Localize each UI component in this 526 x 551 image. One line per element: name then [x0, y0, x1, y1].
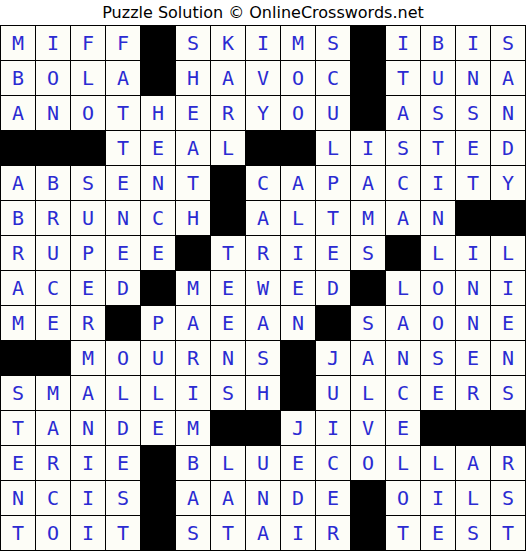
letter-cell: I — [351, 131, 385, 165]
letter-cell: L — [421, 446, 455, 480]
letter-cell: E — [211, 271, 245, 305]
letter-cell: P — [141, 306, 175, 340]
letter-cell: E — [316, 481, 350, 515]
letter-cell: A — [491, 61, 525, 95]
letter-cell: S — [491, 26, 525, 60]
black-cell — [281, 341, 315, 375]
letter-cell: T — [211, 236, 245, 270]
letter-cell: I — [281, 236, 315, 270]
letter-cell: I — [71, 516, 105, 550]
letter-cell: M — [71, 341, 105, 375]
letter-cell: A — [176, 481, 210, 515]
letter-cell: D — [281, 481, 315, 515]
letter-cell: S — [246, 341, 280, 375]
black-cell — [141, 481, 175, 515]
black-cell — [36, 341, 70, 375]
letter-cell: O — [36, 516, 70, 550]
letter-cell: E — [141, 236, 175, 270]
black-cell — [141, 26, 175, 60]
letter-cell: K — [211, 26, 245, 60]
letter-cell: L — [141, 376, 175, 410]
letter-cell: O — [281, 61, 315, 95]
letter-cell: L — [211, 446, 245, 480]
black-cell — [351, 516, 385, 550]
letter-cell: Y — [491, 166, 525, 200]
letter-cell: C — [386, 166, 420, 200]
letter-cell: B — [1, 61, 35, 95]
letter-cell: S — [491, 481, 525, 515]
letter-cell: R — [36, 201, 70, 235]
letter-cell: T — [386, 516, 420, 550]
letter-cell: S — [211, 376, 245, 410]
letter-cell: V — [351, 411, 385, 445]
letter-cell: T — [106, 131, 140, 165]
letter-cell: L — [106, 376, 140, 410]
letter-cell: U — [316, 96, 350, 130]
letter-cell: E — [386, 411, 420, 445]
letter-cell: H — [176, 61, 210, 95]
letter-cell: M — [176, 271, 210, 305]
letter-cell: H — [141, 96, 175, 130]
black-cell — [456, 411, 490, 445]
letter-cell: H — [246, 376, 280, 410]
letter-cell: L — [386, 271, 420, 305]
letter-cell: S — [176, 26, 210, 60]
black-cell — [386, 236, 420, 270]
letter-cell: H — [176, 201, 210, 235]
letter-cell: S — [176, 516, 210, 550]
letter-cell: A — [1, 96, 35, 130]
black-cell — [211, 411, 245, 445]
letter-cell: I — [421, 481, 455, 515]
letter-cell: E — [281, 446, 315, 480]
letter-cell: A — [211, 61, 245, 95]
letter-cell: C — [141, 201, 175, 235]
letter-cell: N — [1, 481, 35, 515]
black-cell — [456, 201, 490, 235]
letter-cell: B — [1, 201, 35, 235]
letter-cell: L — [456, 481, 490, 515]
letter-cell: N — [106, 201, 140, 235]
letter-cell: U — [316, 376, 350, 410]
letter-cell: O — [106, 341, 140, 375]
letter-cell: A — [71, 376, 105, 410]
letter-cell: S — [421, 96, 455, 130]
letter-cell: A — [456, 446, 490, 480]
letter-cell: I — [456, 236, 490, 270]
letter-cell: N — [386, 341, 420, 375]
letter-cell: C — [246, 166, 280, 200]
letter-cell: I — [316, 411, 350, 445]
letter-cell: S — [456, 516, 490, 550]
black-cell — [351, 61, 385, 95]
black-cell — [281, 376, 315, 410]
black-cell — [246, 131, 280, 165]
letter-cell: A — [1, 166, 35, 200]
letter-cell: E — [456, 131, 490, 165]
black-cell — [1, 131, 35, 165]
black-cell — [71, 131, 105, 165]
letter-cell: N — [141, 166, 175, 200]
black-cell — [36, 131, 70, 165]
letter-cell: I — [246, 26, 280, 60]
letter-cell: U — [36, 236, 70, 270]
letter-cell: L — [421, 236, 455, 270]
letter-cell: Y — [246, 96, 280, 130]
letter-cell: I — [36, 26, 70, 60]
letter-cell: N — [456, 306, 490, 340]
letter-cell: C — [316, 61, 350, 95]
letter-cell: D — [106, 411, 140, 445]
letter-cell: S — [351, 306, 385, 340]
letter-cell: U — [421, 61, 455, 95]
letter-cell: I — [71, 481, 105, 515]
letter-cell: E — [421, 376, 455, 410]
letter-cell: L — [491, 236, 525, 270]
black-cell — [1, 341, 35, 375]
letter-cell: S — [106, 481, 140, 515]
letter-cell: M — [36, 376, 70, 410]
letter-cell: R — [176, 341, 210, 375]
black-cell — [351, 481, 385, 515]
letter-cell: L — [281, 201, 315, 235]
letter-cell: O — [386, 481, 420, 515]
letter-cell: E — [316, 236, 350, 270]
letter-cell: T — [491, 516, 525, 550]
letter-cell: F — [106, 26, 140, 60]
black-cell — [491, 411, 525, 445]
letter-cell: A — [106, 61, 140, 95]
black-cell — [176, 236, 210, 270]
letter-cell: T — [211, 516, 245, 550]
black-cell — [281, 131, 315, 165]
letter-cell: A — [176, 306, 210, 340]
letter-cell: A — [386, 96, 420, 130]
letter-cell: D — [106, 271, 140, 305]
letter-cell: L — [71, 61, 105, 95]
black-cell — [351, 271, 385, 305]
letter-cell: E — [141, 411, 175, 445]
letter-cell: J — [281, 411, 315, 445]
letter-cell: M — [1, 306, 35, 340]
letter-cell: J — [316, 341, 350, 375]
letter-cell: M — [351, 201, 385, 235]
letter-cell: N — [281, 306, 315, 340]
letter-cell: E — [281, 271, 315, 305]
letter-cell: T — [176, 166, 210, 200]
black-cell — [141, 271, 175, 305]
black-cell — [141, 61, 175, 95]
letter-cell: E — [1, 446, 35, 480]
crossword-grid: MIFFSKIMSIBISBOLAHAVOCTUNAANOTHERYOUASSN… — [0, 25, 526, 551]
black-cell — [491, 201, 525, 235]
letter-cell: R — [456, 376, 490, 410]
letter-cell: A — [386, 201, 420, 235]
letter-cell: O — [421, 306, 455, 340]
letter-cell: R — [491, 446, 525, 480]
letter-cell: D — [491, 131, 525, 165]
letter-cell: L — [316, 131, 350, 165]
letter-cell: S — [386, 131, 420, 165]
letter-cell: P — [71, 236, 105, 270]
letter-cell: A — [1, 271, 35, 305]
letter-cell: N — [36, 96, 70, 130]
letter-cell: I — [386, 26, 420, 60]
letter-cell: P — [316, 166, 350, 200]
letter-cell: E — [491, 306, 525, 340]
letter-cell: E — [106, 446, 140, 480]
letter-cell: N — [456, 61, 490, 95]
letter-cell: R — [316, 516, 350, 550]
letter-cell: R — [36, 446, 70, 480]
letter-cell: R — [211, 96, 245, 130]
letter-cell: T — [386, 61, 420, 95]
letter-cell: F — [71, 26, 105, 60]
black-cell — [421, 411, 455, 445]
letter-cell: O — [421, 271, 455, 305]
black-cell — [351, 96, 385, 130]
letter-cell: A — [176, 131, 210, 165]
letter-cell: E — [211, 306, 245, 340]
letter-cell: O — [351, 446, 385, 480]
black-cell — [351, 26, 385, 60]
letter-cell: C — [386, 376, 420, 410]
letter-cell: E — [106, 236, 140, 270]
letter-cell: S — [71, 166, 105, 200]
letter-cell: S — [456, 96, 490, 130]
letter-cell: V — [246, 61, 280, 95]
letter-cell: N — [491, 341, 525, 375]
letter-cell: D — [316, 271, 350, 305]
puzzle-solution-page: Puzzle Solution © OnlineCrosswords.net M… — [0, 0, 526, 551]
letter-cell: L — [211, 131, 245, 165]
letter-cell: S — [491, 376, 525, 410]
letter-cell: M — [1, 26, 35, 60]
letter-cell: N — [456, 271, 490, 305]
letter-cell: N — [211, 341, 245, 375]
letter-cell: M — [176, 411, 210, 445]
letter-cell: A — [246, 516, 280, 550]
letter-cell: N — [421, 201, 455, 235]
letter-cell: T — [1, 411, 35, 445]
black-cell — [246, 411, 280, 445]
letter-cell: C — [316, 446, 350, 480]
letter-cell: R — [246, 236, 280, 270]
letter-cell: E — [421, 516, 455, 550]
letter-cell: B — [36, 166, 70, 200]
letter-cell: N — [71, 411, 105, 445]
black-cell — [211, 201, 245, 235]
letter-cell: T — [456, 166, 490, 200]
letter-cell: I — [281, 516, 315, 550]
letter-cell: C — [36, 481, 70, 515]
letter-cell: T — [106, 516, 140, 550]
letter-cell: O — [281, 96, 315, 130]
letter-cell: S — [351, 236, 385, 270]
letter-cell: U — [246, 446, 280, 480]
letter-cell: I — [456, 26, 490, 60]
letter-cell: A — [211, 481, 245, 515]
black-cell — [316, 306, 350, 340]
letter-cell: I — [176, 376, 210, 410]
letter-cell: T — [106, 96, 140, 130]
letter-cell: E — [36, 306, 70, 340]
letter-cell: T — [316, 201, 350, 235]
letter-cell: E — [71, 271, 105, 305]
letter-cell: U — [141, 341, 175, 375]
black-cell — [106, 306, 140, 340]
letter-cell: I — [71, 446, 105, 480]
letter-cell: L — [351, 376, 385, 410]
letter-cell: E — [176, 96, 210, 130]
letter-cell: I — [491, 271, 525, 305]
letter-cell: M — [281, 26, 315, 60]
letter-cell: U — [71, 201, 105, 235]
letter-cell: A — [246, 201, 280, 235]
letter-cell: A — [351, 341, 385, 375]
letter-cell: A — [351, 166, 385, 200]
letter-cell: S — [1, 376, 35, 410]
letter-cell: W — [246, 271, 280, 305]
letter-cell: S — [316, 26, 350, 60]
letter-cell: E — [141, 131, 175, 165]
letter-cell: B — [421, 26, 455, 60]
letter-cell: N — [491, 96, 525, 130]
letter-cell: R — [1, 236, 35, 270]
letter-cell: A — [36, 411, 70, 445]
black-cell — [211, 166, 245, 200]
letter-cell: R — [71, 306, 105, 340]
letter-cell: E — [456, 341, 490, 375]
letter-cell: C — [36, 271, 70, 305]
letter-cell: T — [421, 131, 455, 165]
letter-cell: A — [281, 166, 315, 200]
letter-cell: O — [71, 96, 105, 130]
letter-cell: I — [421, 166, 455, 200]
letter-cell: A — [246, 306, 280, 340]
letter-cell: T — [1, 516, 35, 550]
letter-cell: O — [36, 61, 70, 95]
letter-cell: E — [106, 166, 140, 200]
letter-cell: S — [421, 341, 455, 375]
letter-cell: N — [246, 481, 280, 515]
letter-cell: L — [386, 446, 420, 480]
black-cell — [141, 446, 175, 480]
black-cell — [141, 516, 175, 550]
page-title: Puzzle Solution © OnlineCrosswords.net — [0, 0, 526, 25]
letter-cell: B — [176, 446, 210, 480]
letter-cell: A — [386, 306, 420, 340]
